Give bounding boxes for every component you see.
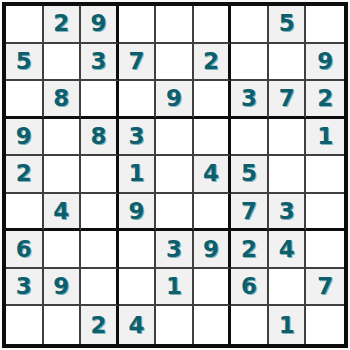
sudoku-board-frame: 29553729893729831214549736392439167241 bbox=[2, 2, 348, 348]
cell-r9c8[interactable]: 1 bbox=[269, 306, 307, 344]
cell-r9c2[interactable] bbox=[44, 306, 82, 344]
cell-r2c7[interactable] bbox=[231, 44, 269, 82]
cell-r6c4[interactable]: 9 bbox=[119, 194, 157, 232]
cell-r5c3[interactable] bbox=[81, 156, 119, 194]
cell-r6c9[interactable] bbox=[306, 194, 344, 232]
cell-r1c7[interactable] bbox=[231, 6, 269, 44]
cell-r6c6[interactable] bbox=[194, 194, 232, 232]
cell-r2c2[interactable] bbox=[44, 44, 82, 82]
cell-r7c6[interactable]: 9 bbox=[194, 231, 232, 269]
cell-r7c9[interactable] bbox=[306, 231, 344, 269]
cell-r3c9[interactable]: 2 bbox=[306, 81, 344, 119]
cell-r3c1[interactable] bbox=[6, 81, 44, 119]
cell-r8c9[interactable]: 7 bbox=[306, 269, 344, 307]
cell-r6c2[interactable]: 4 bbox=[44, 194, 82, 232]
cell-r4c6[interactable] bbox=[194, 119, 232, 157]
cell-r3c8[interactable]: 7 bbox=[269, 81, 307, 119]
cell-r3c4[interactable] bbox=[119, 81, 157, 119]
cell-r4c5[interactable] bbox=[156, 119, 194, 157]
cell-r7c3[interactable] bbox=[81, 231, 119, 269]
cell-r6c3[interactable] bbox=[81, 194, 119, 232]
cell-r8c7[interactable]: 6 bbox=[231, 269, 269, 307]
cell-r1c6[interactable] bbox=[194, 6, 232, 44]
cell-r8c2[interactable]: 9 bbox=[44, 269, 82, 307]
cell-r7c7[interactable]: 2 bbox=[231, 231, 269, 269]
cell-r5c9[interactable] bbox=[306, 156, 344, 194]
cell-r8c1[interactable]: 3 bbox=[6, 269, 44, 307]
cell-r5c7[interactable]: 5 bbox=[231, 156, 269, 194]
cell-r1c3[interactable]: 9 bbox=[81, 6, 119, 44]
cell-r3c3[interactable] bbox=[81, 81, 119, 119]
cell-r5c6[interactable]: 4 bbox=[194, 156, 232, 194]
cell-r1c4[interactable] bbox=[119, 6, 157, 44]
cell-r6c8[interactable]: 3 bbox=[269, 194, 307, 232]
cell-r4c7[interactable] bbox=[231, 119, 269, 157]
cell-r2c3[interactable]: 3 bbox=[81, 44, 119, 82]
cell-r6c5[interactable] bbox=[156, 194, 194, 232]
cell-r7c2[interactable] bbox=[44, 231, 82, 269]
cell-r2c8[interactable] bbox=[269, 44, 307, 82]
cell-r1c1[interactable] bbox=[6, 6, 44, 44]
cell-r7c4[interactable] bbox=[119, 231, 157, 269]
cell-r7c8[interactable]: 4 bbox=[269, 231, 307, 269]
cell-r1c2[interactable]: 2 bbox=[44, 6, 82, 44]
cell-r8c6[interactable] bbox=[194, 269, 232, 307]
cell-r3c7[interactable]: 3 bbox=[231, 81, 269, 119]
cell-r9c6[interactable] bbox=[194, 306, 232, 344]
cell-r8c4[interactable] bbox=[119, 269, 157, 307]
cell-r5c8[interactable] bbox=[269, 156, 307, 194]
cell-r4c3[interactable]: 8 bbox=[81, 119, 119, 157]
cell-r2c6[interactable]: 2 bbox=[194, 44, 232, 82]
cell-r1c9[interactable] bbox=[306, 6, 344, 44]
cell-r6c7[interactable]: 7 bbox=[231, 194, 269, 232]
cell-r1c5[interactable] bbox=[156, 6, 194, 44]
cell-r8c8[interactable] bbox=[269, 269, 307, 307]
cell-r7c5[interactable]: 3 bbox=[156, 231, 194, 269]
cell-r2c9[interactable]: 9 bbox=[306, 44, 344, 82]
cell-r7c1[interactable]: 6 bbox=[6, 231, 44, 269]
cell-r3c6[interactable] bbox=[194, 81, 232, 119]
cell-r4c4[interactable]: 3 bbox=[119, 119, 157, 157]
cell-r4c9[interactable]: 1 bbox=[306, 119, 344, 157]
sudoku-board: 29553729893729831214549736392439167241 bbox=[6, 6, 344, 344]
cell-r5c5[interactable] bbox=[156, 156, 194, 194]
cell-r9c1[interactable] bbox=[6, 306, 44, 344]
cell-r9c5[interactable] bbox=[156, 306, 194, 344]
cell-r9c7[interactable] bbox=[231, 306, 269, 344]
cell-r3c2[interactable]: 8 bbox=[44, 81, 82, 119]
cell-r5c1[interactable]: 2 bbox=[6, 156, 44, 194]
cell-r9c9[interactable] bbox=[306, 306, 344, 344]
cell-r9c3[interactable]: 2 bbox=[81, 306, 119, 344]
cell-r3c5[interactable]: 9 bbox=[156, 81, 194, 119]
cell-r2c1[interactable]: 5 bbox=[6, 44, 44, 82]
cell-r6c1[interactable] bbox=[6, 194, 44, 232]
cell-r9c4[interactable]: 4 bbox=[119, 306, 157, 344]
cell-r4c1[interactable]: 9 bbox=[6, 119, 44, 157]
cell-r4c2[interactable] bbox=[44, 119, 82, 157]
cell-r2c5[interactable] bbox=[156, 44, 194, 82]
cell-r1c8[interactable]: 5 bbox=[269, 6, 307, 44]
cell-r4c8[interactable] bbox=[269, 119, 307, 157]
cell-r2c4[interactable]: 7 bbox=[119, 44, 157, 82]
cell-r5c4[interactable]: 1 bbox=[119, 156, 157, 194]
cell-r5c2[interactable] bbox=[44, 156, 82, 194]
cell-r8c3[interactable] bbox=[81, 269, 119, 307]
cell-r8c5[interactable]: 1 bbox=[156, 269, 194, 307]
